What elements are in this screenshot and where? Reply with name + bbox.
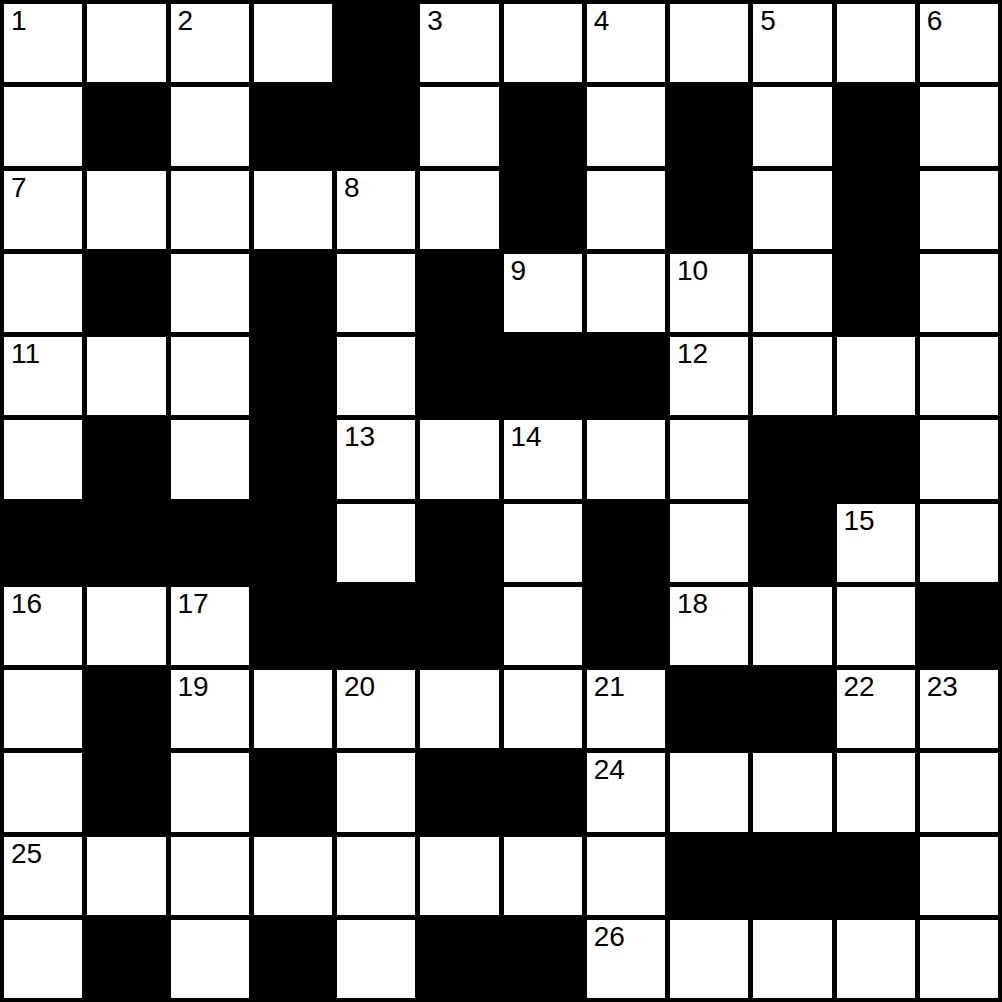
clue-number-25: 25: [11, 838, 42, 870]
black-cell-r1-c10: [837, 87, 915, 165]
black-cell-r9-c1: [87, 753, 165, 831]
black-cell-r6-c9: [753, 504, 831, 582]
white-cell-r6-c11[interactable]: [920, 504, 998, 582]
white-cell-r6-c4[interactable]: [337, 504, 415, 582]
white-cell-r3-c7[interactable]: [587, 254, 665, 332]
black-cell-r1-c8: [670, 87, 748, 165]
black-cell-r1-c4: [337, 87, 415, 165]
clue-number-9: 9: [511, 255, 527, 287]
black-cell-r6-c5: [420, 504, 498, 582]
clue-number-22: 22: [844, 671, 875, 703]
black-cell-r11-c6: [504, 920, 582, 998]
white-cell-r0-c6[interactable]: [504, 4, 582, 82]
white-cell-r4-c9[interactable]: [753, 337, 831, 415]
black-cell-r3-c1: [87, 254, 165, 332]
white-cell-r1-c11[interactable]: [920, 87, 998, 165]
white-cell-r2-c1[interactable]: [87, 171, 165, 249]
black-cell-r8-c1: [87, 670, 165, 748]
clue-number-10: 10: [677, 255, 708, 287]
white-cell-r2-c7[interactable]: [587, 171, 665, 249]
white-cell-r4-c8[interactable]: 12: [670, 337, 748, 415]
white-cell-r0-c11[interactable]: 6: [920, 4, 998, 82]
white-cell-r11-c8[interactable]: [670, 920, 748, 998]
black-cell-r6-c1: [87, 504, 165, 582]
white-cell-r11-c9[interactable]: [753, 920, 831, 998]
black-cell-r4-c6: [504, 337, 582, 415]
white-cell-r3-c0[interactable]: [4, 254, 82, 332]
white-cell-r8-c3[interactable]: [254, 670, 332, 748]
black-cell-r9-c5: [420, 753, 498, 831]
white-cell-r3-c6[interactable]: 9: [504, 254, 582, 332]
white-cell-r10-c7[interactable]: [587, 837, 665, 915]
white-cell-r7-c8[interactable]: 18: [670, 587, 748, 665]
black-cell-r1-c3: [254, 87, 332, 165]
white-cell-r4-c1[interactable]: [87, 337, 165, 415]
white-cell-r10-c2[interactable]: [171, 837, 249, 915]
clue-number-19: 19: [178, 671, 209, 703]
white-cell-r5-c4[interactable]: 13: [337, 420, 415, 498]
black-cell-r2-c6: [504, 171, 582, 249]
black-cell-r5-c10: [837, 420, 915, 498]
white-cell-r2-c0[interactable]: 7: [4, 171, 82, 249]
black-cell-r10-c9: [753, 837, 831, 915]
white-cell-r1-c2[interactable]: [171, 87, 249, 165]
white-cell-r1-c0[interactable]: [4, 87, 82, 165]
white-cell-r9-c4[interactable]: [337, 753, 415, 831]
clue-number-3: 3: [427, 5, 443, 37]
clue-number-15: 15: [844, 505, 875, 537]
white-cell-r3-c4[interactable]: [337, 254, 415, 332]
black-cell-r3-c3: [254, 254, 332, 332]
white-cell-r7-c9[interactable]: [753, 587, 831, 665]
white-cell-r4-c2[interactable]: [171, 337, 249, 415]
white-cell-r0-c8[interactable]: [670, 4, 748, 82]
black-cell-r7-c5: [420, 587, 498, 665]
white-cell-r11-c0[interactable]: [4, 920, 82, 998]
white-cell-r10-c5[interactable]: [420, 837, 498, 915]
black-cell-r1-c6: [504, 87, 582, 165]
clue-number-26: 26: [594, 921, 625, 953]
white-cell-r6-c10[interactable]: 15: [837, 504, 915, 582]
clue-number-24: 24: [594, 754, 625, 786]
clue-number-12: 12: [677, 338, 708, 370]
white-cell-r8-c6[interactable]: [504, 670, 582, 748]
white-cell-r1-c5[interactable]: [420, 87, 498, 165]
white-cell-r5-c11[interactable]: [920, 420, 998, 498]
white-cell-r6-c8[interactable]: [670, 504, 748, 582]
black-cell-r4-c7: [587, 337, 665, 415]
white-cell-r5-c5[interactable]: [420, 420, 498, 498]
white-cell-r2-c5[interactable]: [420, 171, 498, 249]
white-cell-r3-c11[interactable]: [920, 254, 998, 332]
white-cell-r0-c10[interactable]: [837, 4, 915, 82]
white-cell-r8-c11[interactable]: 23: [920, 670, 998, 748]
black-cell-r6-c7: [587, 504, 665, 582]
black-cell-r6-c0: [4, 504, 82, 582]
black-cell-r7-c7: [587, 587, 665, 665]
white-cell-r9-c11[interactable]: [920, 753, 998, 831]
white-cell-r7-c1[interactable]: [87, 587, 165, 665]
white-cell-r3-c8[interactable]: 10: [670, 254, 748, 332]
white-cell-r9-c9[interactable]: [753, 753, 831, 831]
white-cell-r9-c0[interactable]: [4, 753, 82, 831]
black-cell-r6-c2: [171, 504, 249, 582]
clue-number-11: 11: [11, 338, 40, 370]
white-cell-r11-c7[interactable]: 26: [587, 920, 665, 998]
white-cell-r4-c4[interactable]: [337, 337, 415, 415]
black-cell-r8-c8: [670, 670, 748, 748]
white-cell-r5-c8[interactable]: [670, 420, 748, 498]
black-cell-r6-c3: [254, 504, 332, 582]
white-cell-r10-c1[interactable]: [87, 837, 165, 915]
white-cell-r3-c9[interactable]: [753, 254, 831, 332]
white-cell-r8-c4[interactable]: 20: [337, 670, 415, 748]
white-cell-r7-c2[interactable]: 17: [171, 587, 249, 665]
white-cell-r0-c5[interactable]: 3: [420, 4, 498, 82]
white-cell-r4-c0[interactable]: 11: [4, 337, 82, 415]
white-cell-r5-c7[interactable]: [587, 420, 665, 498]
black-cell-r5-c1: [87, 420, 165, 498]
white-cell-r7-c10[interactable]: [837, 587, 915, 665]
crossword-grid: 1234567891011121314151617181920212223242…: [0, 0, 1002, 1002]
white-cell-r11-c2[interactable]: [171, 920, 249, 998]
white-cell-r8-c7[interactable]: 21: [587, 670, 665, 748]
white-cell-r10-c0[interactable]: 25: [4, 837, 82, 915]
clue-number-2: 2: [178, 5, 194, 37]
white-cell-r10-c3[interactable]: [254, 837, 332, 915]
black-cell-r4-c3: [254, 337, 332, 415]
white-cell-r2-c2[interactable]: [171, 171, 249, 249]
white-cell-r3-c2[interactable]: [171, 254, 249, 332]
clue-number-20: 20: [344, 671, 375, 703]
white-cell-r5-c2[interactable]: [171, 420, 249, 498]
black-cell-r7-c3: [254, 587, 332, 665]
white-cell-r1-c7[interactable]: [587, 87, 665, 165]
white-cell-r7-c0[interactable]: 16: [4, 587, 82, 665]
black-cell-r3-c5: [420, 254, 498, 332]
white-cell-r10-c4[interactable]: [337, 837, 415, 915]
white-cell-r2-c3[interactable]: [254, 171, 332, 249]
white-cell-r9-c8[interactable]: [670, 753, 748, 831]
clue-number-8: 8: [344, 172, 360, 204]
black-cell-r2-c10: [837, 171, 915, 249]
clue-number-16: 16: [11, 588, 42, 620]
white-cell-r9-c7[interactable]: 24: [587, 753, 665, 831]
black-cell-r5-c9: [753, 420, 831, 498]
white-cell-r9-c10[interactable]: [837, 753, 915, 831]
white-cell-r5-c6[interactable]: 14: [504, 420, 582, 498]
white-cell-r0-c7[interactable]: 4: [587, 4, 665, 82]
clue-number-14: 14: [511, 421, 542, 453]
white-cell-r2-c11[interactable]: [920, 171, 998, 249]
clue-number-7: 7: [11, 172, 27, 204]
black-cell-r10-c10: [837, 837, 915, 915]
black-cell-r5-c3: [254, 420, 332, 498]
white-cell-r4-c10[interactable]: [837, 337, 915, 415]
clue-number-6: 6: [927, 5, 943, 37]
black-cell-r11-c3: [254, 920, 332, 998]
white-cell-r11-c11[interactable]: [920, 920, 998, 998]
white-cell-r4-c11[interactable]: [920, 337, 998, 415]
white-cell-r1-c9[interactable]: [753, 87, 831, 165]
black-cell-r11-c1: [87, 920, 165, 998]
clue-number-4: 4: [594, 5, 610, 37]
clue-number-18: 18: [677, 588, 708, 620]
white-cell-r8-c2[interactable]: 19: [171, 670, 249, 748]
white-cell-r8-c5[interactable]: [420, 670, 498, 748]
white-cell-r8-c0[interactable]: [4, 670, 82, 748]
white-cell-r5-c0[interactable]: [4, 420, 82, 498]
clue-number-5: 5: [760, 5, 776, 37]
white-cell-r2-c4[interactable]: 8: [337, 171, 415, 249]
clue-number-13: 13: [344, 421, 375, 453]
white-cell-r0-c9[interactable]: 5: [753, 4, 831, 82]
white-cell-r10-c6[interactable]: [504, 837, 582, 915]
black-cell-r4-c5: [420, 337, 498, 415]
clue-number-21: 21: [594, 671, 625, 703]
black-cell-r9-c3: [254, 753, 332, 831]
black-cell-r11-c5: [420, 920, 498, 998]
white-cell-r8-c10[interactable]: 22: [837, 670, 915, 748]
white-cell-r6-c6[interactable]: [504, 504, 582, 582]
clue-number-23: 23: [927, 671, 958, 703]
black-cell-r10-c8: [670, 837, 748, 915]
white-cell-r11-c4[interactable]: [337, 920, 415, 998]
clue-number-17: 17: [178, 588, 209, 620]
white-cell-r0-c0[interactable]: 1: [4, 4, 82, 82]
black-cell-r0-c4: [337, 4, 415, 82]
white-cell-r2-c9[interactable]: [753, 171, 831, 249]
white-cell-r0-c3[interactable]: [254, 4, 332, 82]
black-cell-r9-c6: [504, 753, 582, 831]
black-cell-r8-c9: [753, 670, 831, 748]
black-cell-r7-c4: [337, 587, 415, 665]
white-cell-r0-c2[interactable]: 2: [171, 4, 249, 82]
black-cell-r3-c10: [837, 254, 915, 332]
clue-number-1: 1: [11, 5, 27, 37]
white-cell-r9-c2[interactable]: [171, 753, 249, 831]
white-cell-r0-c1[interactable]: [87, 4, 165, 82]
black-cell-r7-c11: [920, 587, 998, 665]
white-cell-r10-c11[interactable]: [920, 837, 998, 915]
white-cell-r11-c10[interactable]: [837, 920, 915, 998]
black-cell-r2-c8: [670, 171, 748, 249]
black-cell-r1-c1: [87, 87, 165, 165]
white-cell-r7-c6[interactable]: [504, 587, 582, 665]
